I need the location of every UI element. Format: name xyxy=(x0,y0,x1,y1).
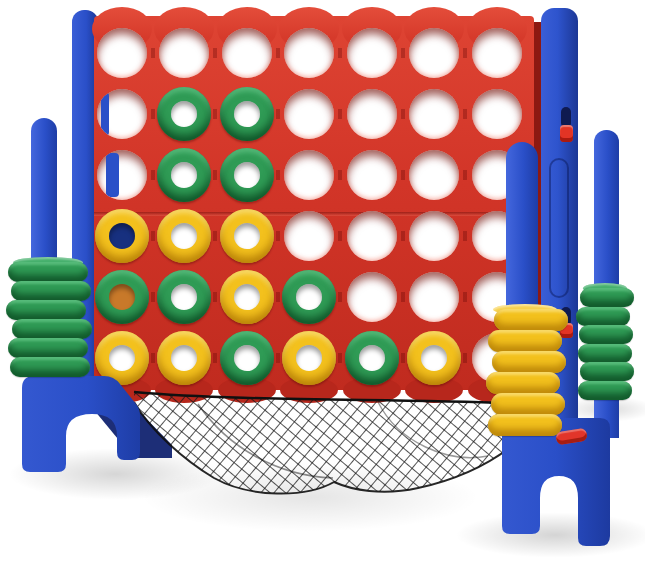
cell-r3c1[interactable] xyxy=(95,148,149,202)
cell-r1c4[interactable] xyxy=(282,26,336,80)
cell-r3c4[interactable] xyxy=(282,148,336,202)
board-hole xyxy=(347,89,397,139)
disc-center-hole xyxy=(234,162,260,188)
board-hole xyxy=(409,28,459,78)
cell-r3c5[interactable] xyxy=(345,148,399,202)
disc-center-hole xyxy=(234,223,260,249)
cell-r2c2[interactable] xyxy=(157,87,211,141)
column-rib xyxy=(338,24,342,382)
disc-green xyxy=(157,148,211,202)
disc-center-hole xyxy=(171,284,197,310)
cell-r5c5[interactable] xyxy=(345,270,399,324)
board-hole xyxy=(284,150,334,200)
cell-r1c6[interactable] xyxy=(407,26,461,80)
disc-center-hole xyxy=(421,345,447,371)
cell-r4c5[interactable] xyxy=(345,209,399,263)
cell-r4c6[interactable] xyxy=(407,209,461,263)
cell-r2c5[interactable] xyxy=(345,87,399,141)
cell-r2c6[interactable] xyxy=(407,87,461,141)
column-rib xyxy=(401,24,405,382)
disc-green xyxy=(95,270,149,324)
cell-r6c5[interactable] xyxy=(345,331,399,385)
disc-center-hole xyxy=(296,345,322,371)
disc-green xyxy=(345,331,399,385)
board-hole xyxy=(284,28,334,78)
board-hole xyxy=(97,89,147,139)
board-hole xyxy=(347,28,397,78)
disc-green xyxy=(282,270,336,324)
disc-yellow xyxy=(157,331,211,385)
cell-r3c2[interactable] xyxy=(157,148,211,202)
stacked-disc-yellow xyxy=(488,330,562,352)
disc-center-hole xyxy=(171,162,197,188)
cell-r6c3[interactable] xyxy=(220,331,274,385)
cell-r1c7[interactable] xyxy=(470,26,524,80)
cell-r2c3[interactable] xyxy=(220,87,274,141)
board-hole xyxy=(472,89,522,139)
stacked-disc-green xyxy=(8,262,88,282)
board-hole xyxy=(472,28,522,78)
disc-center-hole xyxy=(234,101,260,127)
disc-center-hole xyxy=(109,223,135,249)
stacked-disc-green xyxy=(6,300,86,320)
board-hole xyxy=(222,28,272,78)
cell-r1c2[interactable] xyxy=(157,26,211,80)
post-groove xyxy=(549,158,569,298)
board-hole xyxy=(409,272,459,322)
disc-center-hole xyxy=(171,101,197,127)
board-hole xyxy=(409,211,459,261)
cell-r4c3[interactable] xyxy=(220,209,274,263)
board-hole xyxy=(347,272,397,322)
product-photo-scene xyxy=(0,0,645,561)
cell-r4c4[interactable] xyxy=(282,209,336,263)
board-hole xyxy=(159,28,209,78)
stacked-disc-yellow xyxy=(492,351,566,373)
board-hole xyxy=(97,150,147,200)
cell-r1c1[interactable] xyxy=(95,26,149,80)
board-hole xyxy=(347,211,397,261)
cell-r4c1[interactable] xyxy=(95,209,149,263)
stacked-disc-green xyxy=(11,281,91,301)
post-behind-hole xyxy=(101,92,109,136)
disc-green xyxy=(220,331,274,385)
board-hole xyxy=(409,150,459,200)
cell-r5c4[interactable] xyxy=(282,270,336,324)
disc-center-hole xyxy=(171,223,197,249)
disc-center-hole xyxy=(234,284,260,310)
disc-yellow xyxy=(282,331,336,385)
stacked-disc-yellow xyxy=(488,414,562,436)
stacked-disc-green xyxy=(580,288,634,307)
connect-four-board xyxy=(94,16,534,390)
stacked-disc-green xyxy=(578,381,632,400)
release-slider-upper[interactable] xyxy=(560,125,573,142)
disc-center-hole xyxy=(109,345,135,371)
disc-green xyxy=(220,148,274,202)
stacked-disc-green xyxy=(576,307,630,326)
disc-green xyxy=(157,87,211,141)
left-leg xyxy=(20,374,142,474)
cell-r6c6[interactable] xyxy=(407,331,461,385)
cell-r5c1[interactable] xyxy=(95,270,149,324)
disc-yellow xyxy=(220,209,274,263)
disc-center-hole xyxy=(234,345,260,371)
cell-r6c2[interactable] xyxy=(157,331,211,385)
catch-net xyxy=(128,386,540,514)
cell-r5c3[interactable] xyxy=(220,270,274,324)
board-hole xyxy=(284,211,334,261)
stacked-disc-green xyxy=(10,357,90,377)
cell-r1c5[interactable] xyxy=(345,26,399,80)
disc-center-hole xyxy=(109,284,135,310)
cell-r5c6[interactable] xyxy=(407,270,461,324)
post-behind-hole xyxy=(106,153,119,197)
cell-r3c3[interactable] xyxy=(220,148,274,202)
board-hole xyxy=(284,89,334,139)
column-rib xyxy=(276,24,280,382)
cell-r2c4[interactable] xyxy=(282,87,336,141)
cell-r2c1[interactable] xyxy=(95,87,149,141)
column-rib xyxy=(151,24,155,382)
disc-green xyxy=(220,87,274,141)
stacked-disc-yellow xyxy=(491,393,565,415)
board-hole xyxy=(97,28,147,78)
disc-center-hole xyxy=(171,345,197,371)
cell-r1c3[interactable] xyxy=(220,26,274,80)
stacked-disc-yellow xyxy=(494,309,568,331)
disc-green xyxy=(157,270,211,324)
disc-yellow xyxy=(95,209,149,263)
cell-r3c6[interactable] xyxy=(407,148,461,202)
cell-r2c7[interactable] xyxy=(470,87,524,141)
disc-yellow xyxy=(407,331,461,385)
stacked-disc-green xyxy=(8,338,88,358)
cell-r6c4[interactable] xyxy=(282,331,336,385)
column-rib xyxy=(463,24,467,382)
disc-center-hole xyxy=(359,345,385,371)
board-hole xyxy=(409,89,459,139)
disc-yellow xyxy=(220,270,274,324)
disc-yellow xyxy=(157,209,211,263)
cell-r4c2[interactable] xyxy=(157,209,211,263)
stacked-disc-green xyxy=(12,319,92,339)
stacked-disc-green xyxy=(580,362,634,381)
board-hole xyxy=(347,150,397,200)
disc-center-hole xyxy=(296,284,322,310)
stacked-disc-yellow xyxy=(486,372,560,394)
stacked-disc-green xyxy=(579,325,633,344)
cell-r5c2[interactable] xyxy=(157,270,211,324)
column-rib xyxy=(213,24,217,382)
stacked-disc-green xyxy=(578,344,632,363)
